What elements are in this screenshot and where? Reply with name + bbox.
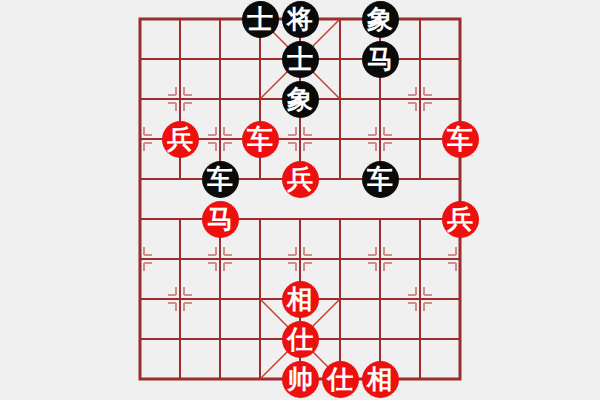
piece-red-soldier[interactable]: 兵	[162, 121, 199, 158]
piece-red-soldier[interactable]: 兵	[282, 161, 319, 198]
piece-red-horse[interactable]: 马	[202, 201, 239, 238]
piece-black-chariot[interactable]: 车	[362, 161, 399, 198]
piece-black-elephant[interactable]: 象	[362, 1, 399, 38]
piece-red-advisor[interactable]: 仕	[322, 361, 359, 398]
piece-red-elephant[interactable]: 相	[362, 361, 399, 398]
piece-black-advisor[interactable]: 士	[242, 1, 279, 38]
piece-black-general[interactable]: 将	[282, 1, 319, 38]
piece-black-horse[interactable]: 马	[362, 41, 399, 78]
piece-red-general[interactable]: 帅	[282, 361, 319, 398]
piece-red-chariot[interactable]: 车	[242, 121, 279, 158]
piece-black-chariot[interactable]: 车	[202, 161, 239, 198]
piece-black-elephant[interactable]: 象	[282, 81, 319, 118]
piece-black-advisor[interactable]: 士	[282, 41, 319, 78]
xiangqi-board: 士将象士马象兵车车车兵车马兵相仕帅仕相	[120, 0, 480, 399]
piece-red-soldier[interactable]: 兵	[442, 201, 479, 238]
piece-red-chariot[interactable]: 车	[442, 121, 479, 158]
piece-red-advisor[interactable]: 仕	[282, 321, 319, 358]
xiangqi-diagram: 士将象士马象兵车车车兵车马兵相仕帅仕相	[0, 0, 600, 400]
piece-red-elephant[interactable]: 相	[282, 281, 319, 318]
